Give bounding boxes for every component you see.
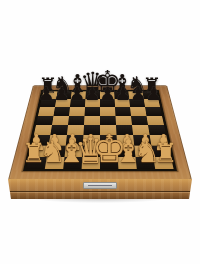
- piece-black-pawn-h7[interactable]: ♟: [145, 86, 162, 105]
- piece-black-pawn-c7[interactable]: ♟: [69, 86, 86, 105]
- piece-black-pawn-b7[interactable]: ♟: [53, 86, 70, 105]
- piece-black-pawn-d7[interactable]: ♟: [84, 86, 101, 105]
- piece-black-pawn-e7[interactable]: ♟: [99, 86, 116, 105]
- piece-white-rook-h1[interactable]: ♜: [154, 140, 178, 167]
- piece-black-pawn-g7[interactable]: ♟: [130, 86, 147, 105]
- piece-black-pawn-f7[interactable]: ♟: [115, 86, 132, 105]
- piece-black-pawn-a7[interactable]: ♟: [38, 86, 55, 105]
- pieces-layer: ♜♞♝♛♚♝♞♜♟♟♟♟♟♟♟♟♟♟♟♟♟♟♟♟♜♞♝♛♚♝♞♜: [0, 0, 200, 264]
- product-photo-scene: ♜♞♝♛♚♝♞♜♟♟♟♟♟♟♟♟♟♟♟♟♟♟♟♟♜♞♝♛♚♝♞♜: [0, 0, 200, 264]
